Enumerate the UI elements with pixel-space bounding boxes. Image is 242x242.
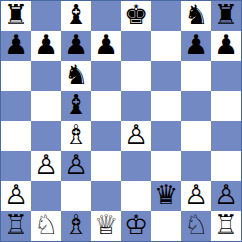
- white-knight-icon: ♘: [184, 211, 208, 240]
- square-g7[interactable]: ♟: [181, 31, 211, 61]
- square-e8[interactable]: ♚: [121, 1, 151, 31]
- square-c4[interactable]: ♗: [61, 121, 91, 151]
- square-c2[interactable]: [61, 181, 91, 211]
- white-queen-icon: ♕: [94, 211, 118, 240]
- square-d3[interactable]: [91, 151, 121, 181]
- square-a2[interactable]: ♙: [1, 181, 31, 211]
- white-pawn-icon: ♙: [184, 181, 208, 210]
- square-f6[interactable]: [151, 61, 181, 91]
- square-d5[interactable]: [91, 91, 121, 121]
- square-b7[interactable]: ♟: [31, 31, 61, 61]
- square-g1[interactable]: ♘: [181, 211, 211, 241]
- square-c7[interactable]: ♟: [61, 31, 91, 61]
- black-king-icon: ♚: [124, 1, 148, 30]
- square-b1[interactable]: ♘: [31, 211, 61, 241]
- white-pawn-icon: ♙: [4, 181, 28, 210]
- square-e1[interactable]: ♔: [121, 211, 151, 241]
- white-bishop-icon: ♗: [64, 121, 88, 150]
- square-h3[interactable]: [211, 151, 241, 181]
- square-d4[interactable]: [91, 121, 121, 151]
- square-g3[interactable]: [181, 151, 211, 181]
- square-c3[interactable]: ♙: [61, 151, 91, 181]
- square-g6[interactable]: [181, 61, 211, 91]
- square-c8[interactable]: ♝: [61, 1, 91, 31]
- square-g8[interactable]: ♞: [181, 1, 211, 31]
- square-c5[interactable]: ♝: [61, 91, 91, 121]
- white-knight-icon: ♘: [34, 211, 58, 240]
- white-pawn-icon: ♙: [214, 181, 238, 210]
- square-c6[interactable]: ♞: [61, 61, 91, 91]
- square-c1[interactable]: ♗: [61, 211, 91, 241]
- square-e2[interactable]: [121, 181, 151, 211]
- square-a6[interactable]: [1, 61, 31, 91]
- square-b8[interactable]: [31, 1, 61, 31]
- square-d6[interactable]: [91, 61, 121, 91]
- square-d1[interactable]: ♕: [91, 211, 121, 241]
- square-f2[interactable]: ♛: [151, 181, 181, 211]
- black-bishop-icon: ♝: [64, 91, 88, 120]
- square-b4[interactable]: [31, 121, 61, 151]
- square-b5[interactable]: [31, 91, 61, 121]
- white-rook-icon: ♖: [4, 211, 28, 240]
- square-a4[interactable]: [1, 121, 31, 151]
- square-d2[interactable]: [91, 181, 121, 211]
- square-f1[interactable]: [151, 211, 181, 241]
- square-f4[interactable]: [151, 121, 181, 151]
- white-king-icon: ♔: [124, 211, 148, 240]
- black-pawn-icon: ♟: [34, 31, 58, 60]
- square-g2[interactable]: ♙: [181, 181, 211, 211]
- black-queen-icon: ♛: [154, 181, 178, 210]
- white-rook-icon: ♖: [214, 211, 238, 240]
- chess-board: ♜♝♚♞♜♟♟♟♟♟♟♞♝♗♙♙♙♙♛♙♙♖♘♗♕♔♘♖: [0, 0, 242, 242]
- square-f8[interactable]: [151, 1, 181, 31]
- square-f5[interactable]: [151, 91, 181, 121]
- square-h5[interactable]: [211, 91, 241, 121]
- square-b3[interactable]: ♙: [31, 151, 61, 181]
- square-a1[interactable]: ♖: [1, 211, 31, 241]
- square-h4[interactable]: [211, 121, 241, 151]
- white-pawn-icon: ♙: [124, 121, 148, 150]
- square-a5[interactable]: [1, 91, 31, 121]
- black-pawn-icon: ♟: [64, 31, 88, 60]
- square-g4[interactable]: [181, 121, 211, 151]
- square-a3[interactable]: [1, 151, 31, 181]
- white-pawn-icon: ♙: [64, 151, 88, 180]
- black-pawn-icon: ♟: [94, 31, 118, 60]
- black-pawn-icon: ♟: [214, 31, 238, 60]
- black-rook-icon: ♜: [214, 1, 238, 30]
- square-d7[interactable]: ♟: [91, 31, 121, 61]
- square-g5[interactable]: [181, 91, 211, 121]
- black-rook-icon: ♜: [4, 1, 28, 30]
- square-h6[interactable]: [211, 61, 241, 91]
- black-pawn-icon: ♟: [4, 31, 28, 60]
- square-h8[interactable]: ♜: [211, 1, 241, 31]
- square-h1[interactable]: ♖: [211, 211, 241, 241]
- square-b6[interactable]: [31, 61, 61, 91]
- black-bishop-icon: ♝: [64, 1, 88, 30]
- square-a8[interactable]: ♜: [1, 1, 31, 31]
- square-f3[interactable]: [151, 151, 181, 181]
- square-d8[interactable]: [91, 1, 121, 31]
- square-e6[interactable]: [121, 61, 151, 91]
- white-pawn-icon: ♙: [34, 151, 58, 180]
- black-pawn-icon: ♟: [184, 31, 208, 60]
- square-e4[interactable]: ♙: [121, 121, 151, 151]
- square-f7[interactable]: [151, 31, 181, 61]
- square-e7[interactable]: [121, 31, 151, 61]
- square-h7[interactable]: ♟: [211, 31, 241, 61]
- square-b2[interactable]: [31, 181, 61, 211]
- square-a7[interactable]: ♟: [1, 31, 31, 61]
- black-knight-icon: ♞: [184, 1, 208, 30]
- square-e3[interactable]: [121, 151, 151, 181]
- square-e5[interactable]: [121, 91, 151, 121]
- square-h2[interactable]: ♙: [211, 181, 241, 211]
- white-bishop-icon: ♗: [64, 211, 88, 240]
- black-knight-icon: ♞: [64, 61, 88, 90]
